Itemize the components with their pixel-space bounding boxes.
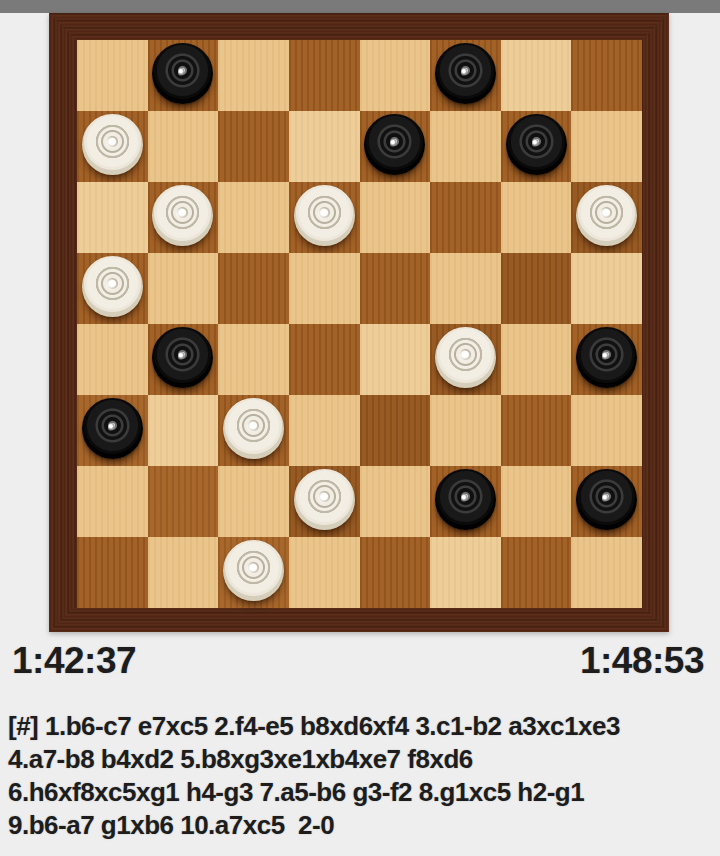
- square-e4[interactable]: [360, 324, 431, 395]
- square-c1[interactable]: [218, 537, 289, 608]
- square-b6[interactable]: [148, 182, 219, 253]
- black-checker[interactable]: [435, 43, 496, 104]
- square-e2[interactable]: [360, 466, 431, 537]
- square-b8[interactable]: [148, 40, 219, 111]
- right-clock: 1:48:53: [580, 640, 704, 682]
- square-h4[interactable]: [571, 324, 642, 395]
- square-d7[interactable]: [289, 111, 360, 182]
- frame-top-band: [49, 13, 669, 40]
- square-b1[interactable]: [148, 537, 219, 608]
- square-c3[interactable]: [218, 395, 289, 466]
- square-g4[interactable]: [501, 324, 572, 395]
- square-a1[interactable]: [77, 537, 148, 608]
- black-checker[interactable]: [576, 327, 637, 388]
- square-h2[interactable]: [571, 466, 642, 537]
- square-a3[interactable]: [77, 395, 148, 466]
- square-h1[interactable]: [571, 537, 642, 608]
- square-f2[interactable]: [430, 466, 501, 537]
- square-b3[interactable]: [148, 395, 219, 466]
- square-c4[interactable]: [218, 324, 289, 395]
- square-g6[interactable]: [501, 182, 572, 253]
- square-a7[interactable]: [77, 111, 148, 182]
- move-line-4: 9.b6-a7 g1xb6 10.a7xc5 2-0: [8, 809, 712, 842]
- square-f4[interactable]: [430, 324, 501, 395]
- square-c7[interactable]: [218, 111, 289, 182]
- square-h7[interactable]: [571, 111, 642, 182]
- square-e5[interactable]: [360, 253, 431, 324]
- square-f7[interactable]: [430, 111, 501, 182]
- square-a2[interactable]: [77, 466, 148, 537]
- checkers-board: [77, 40, 642, 608]
- white-checker[interactable]: [82, 114, 143, 175]
- black-checker[interactable]: [82, 398, 143, 459]
- square-a5[interactable]: [77, 253, 148, 324]
- square-a4[interactable]: [77, 324, 148, 395]
- square-d1[interactable]: [289, 537, 360, 608]
- square-h5[interactable]: [571, 253, 642, 324]
- left-clock: 1:42:37: [12, 640, 136, 682]
- square-f6[interactable]: [430, 182, 501, 253]
- move-line-3: 6.h6xf8xc5xg1 h4-g3 7.a5-b6 g3-f2 8.g1xc…: [8, 776, 712, 809]
- white-checker[interactable]: [223, 540, 284, 601]
- clocks-row: 1:42:37 1:48:53: [0, 638, 720, 684]
- white-checker[interactable]: [82, 256, 143, 317]
- frame-bottom-band: [49, 608, 669, 632]
- square-a6[interactable]: [77, 182, 148, 253]
- square-f8[interactable]: [430, 40, 501, 111]
- black-checker[interactable]: [152, 327, 213, 388]
- white-checker[interactable]: [294, 185, 355, 246]
- square-a8[interactable]: [77, 40, 148, 111]
- square-g8[interactable]: [501, 40, 572, 111]
- square-b5[interactable]: [148, 253, 219, 324]
- square-d4[interactable]: [289, 324, 360, 395]
- square-g1[interactable]: [501, 537, 572, 608]
- square-g2[interactable]: [501, 466, 572, 537]
- move-line-2: 4.a7-b8 b4xd2 5.b8xg3xe1xb4xe7 f8xd6: [8, 743, 712, 776]
- white-checker[interactable]: [576, 185, 637, 246]
- square-b7[interactable]: [148, 111, 219, 182]
- square-c8[interactable]: [218, 40, 289, 111]
- move-list: [#] 1.b6-c7 e7xc5 2.f4-e5 b8xd6xf4 3.c1-…: [0, 710, 720, 842]
- square-d2[interactable]: [289, 466, 360, 537]
- white-checker[interactable]: [435, 327, 496, 388]
- black-checker[interactable]: [576, 469, 637, 530]
- square-h8[interactable]: [571, 40, 642, 111]
- square-e1[interactable]: [360, 537, 431, 608]
- square-c6[interactable]: [218, 182, 289, 253]
- square-g3[interactable]: [501, 395, 572, 466]
- square-c5[interactable]: [218, 253, 289, 324]
- square-g7[interactable]: [501, 111, 572, 182]
- square-e6[interactable]: [360, 182, 431, 253]
- white-checker[interactable]: [294, 469, 355, 530]
- square-e8[interactable]: [360, 40, 431, 111]
- square-c2[interactable]: [218, 466, 289, 537]
- square-d5[interactable]: [289, 253, 360, 324]
- square-f1[interactable]: [430, 537, 501, 608]
- square-d8[interactable]: [289, 40, 360, 111]
- square-h6[interactable]: [571, 182, 642, 253]
- black-checker[interactable]: [435, 469, 496, 530]
- black-checker[interactable]: [364, 114, 425, 175]
- square-b2[interactable]: [148, 466, 219, 537]
- square-h3[interactable]: [571, 395, 642, 466]
- square-d3[interactable]: [289, 395, 360, 466]
- square-f3[interactable]: [430, 395, 501, 466]
- white-checker[interactable]: [223, 398, 284, 459]
- square-b4[interactable]: [148, 324, 219, 395]
- black-checker[interactable]: [152, 43, 213, 104]
- square-d6[interactable]: [289, 182, 360, 253]
- square-e3[interactable]: [360, 395, 431, 466]
- black-checker[interactable]: [506, 114, 567, 175]
- white-checker[interactable]: [152, 185, 213, 246]
- status-bar: [0, 0, 720, 13]
- square-f5[interactable]: [430, 253, 501, 324]
- move-line-1: [#] 1.b6-c7 e7xc5 2.f4-e5 b8xd6xf4 3.c1-…: [8, 710, 712, 743]
- board-frame: [49, 13, 669, 632]
- square-g5[interactable]: [501, 253, 572, 324]
- square-e7[interactable]: [360, 111, 431, 182]
